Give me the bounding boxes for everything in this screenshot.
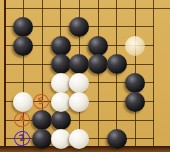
annotation-circle-4: 4 bbox=[13, 111, 32, 129]
grid-line bbox=[4, 8, 170, 9]
black-stone bbox=[107, 129, 127, 149]
black-stone bbox=[69, 54, 89, 74]
white-stone bbox=[51, 92, 71, 112]
grid-line bbox=[153, 0, 154, 146]
black-stone bbox=[88, 54, 108, 74]
black-stone bbox=[125, 73, 145, 93]
black-stone bbox=[51, 36, 71, 56]
black-stone bbox=[51, 110, 71, 130]
black-stone bbox=[32, 129, 52, 149]
black-stone bbox=[88, 36, 108, 56]
black-stone bbox=[13, 17, 33, 37]
white-stone bbox=[51, 73, 71, 93]
ghost-stone-preview[interactable] bbox=[125, 36, 145, 56]
black-stone bbox=[69, 17, 89, 37]
annotation-circle-5: 5 bbox=[32, 92, 51, 110]
board-left-edge-line bbox=[4, 0, 6, 146]
black-stone bbox=[32, 110, 52, 130]
black-stone bbox=[125, 92, 145, 112]
white-stone bbox=[13, 92, 33, 112]
white-stone bbox=[69, 92, 89, 112]
black-stone bbox=[107, 54, 127, 74]
go-board[interactable]: 542 bbox=[0, 0, 170, 152]
white-stone bbox=[51, 129, 71, 149]
black-stone bbox=[51, 54, 71, 74]
black-stone bbox=[13, 36, 33, 56]
annotation-circle-2: 2 bbox=[13, 129, 32, 147]
white-stone bbox=[69, 73, 89, 93]
